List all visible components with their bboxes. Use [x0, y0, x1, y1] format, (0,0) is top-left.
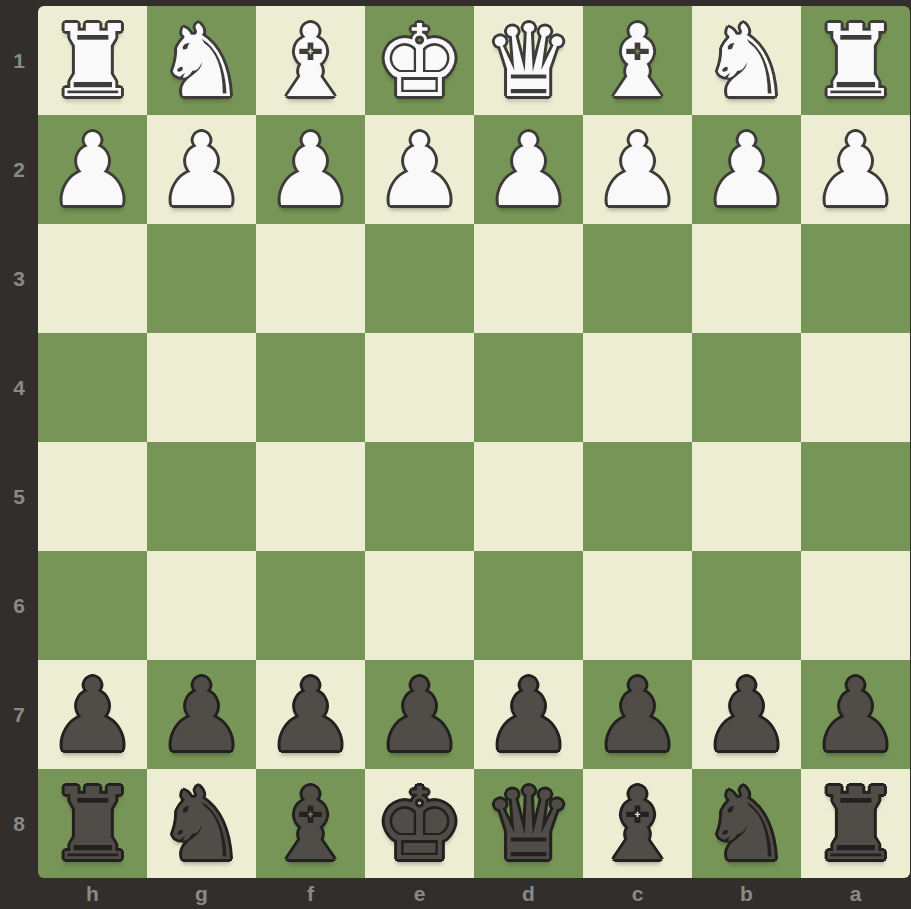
white-pawn-icon[interactable]: ♟ [157, 121, 247, 221]
black-pawn-icon[interactable]: ♟ [811, 666, 901, 766]
square-e7[interactable]: ♟ [365, 660, 474, 769]
square-a5[interactable] [801, 442, 910, 551]
black-king-icon[interactable]: ♚ [375, 775, 465, 875]
file-label-d: d [474, 878, 583, 909]
square-g8[interactable]: ♞ [147, 769, 256, 878]
square-e4[interactable] [365, 333, 474, 442]
black-bishop-icon[interactable]: ♝ [593, 775, 683, 875]
black-bishop-icon[interactable]: ♝ [266, 775, 356, 875]
square-h8[interactable]: ♜ [38, 769, 147, 878]
black-rook-icon[interactable]: ♜ [48, 775, 138, 875]
square-a4[interactable] [801, 333, 910, 442]
file-coordinates: hgfedcba [38, 878, 910, 909]
square-b8[interactable]: ♞ [692, 769, 801, 878]
rank-label-2: 2 [0, 115, 38, 224]
square-c6[interactable] [583, 551, 692, 660]
square-h6[interactable] [38, 551, 147, 660]
rank-label-4: 4 [0, 333, 38, 442]
square-h3[interactable] [38, 224, 147, 333]
square-a1[interactable]: ♜ [801, 6, 910, 115]
black-knight-icon[interactable]: ♞ [157, 775, 247, 875]
square-a3[interactable] [801, 224, 910, 333]
white-pawn-icon[interactable]: ♟ [484, 121, 574, 221]
square-e6[interactable] [365, 551, 474, 660]
square-e3[interactable] [365, 224, 474, 333]
black-pawn-icon[interactable]: ♟ [593, 666, 683, 766]
white-rook-icon[interactable]: ♜ [811, 12, 901, 112]
black-pawn-icon[interactable]: ♟ [375, 666, 465, 766]
square-b5[interactable] [692, 442, 801, 551]
square-d8[interactable]: ♛ [474, 769, 583, 878]
file-label-b: b [692, 878, 801, 909]
black-queen-icon[interactable]: ♛ [484, 775, 574, 875]
white-bishop-icon[interactable]: ♝ [593, 12, 683, 112]
white-rook-icon[interactable]: ♜ [48, 12, 138, 112]
square-f2[interactable]: ♟ [256, 115, 365, 224]
white-knight-icon[interactable]: ♞ [702, 12, 792, 112]
file-label-h: h [38, 878, 147, 909]
rank-coordinates: 12345678 [0, 6, 38, 878]
white-pawn-icon[interactable]: ♟ [48, 121, 138, 221]
square-f1[interactable]: ♝ [256, 6, 365, 115]
square-g4[interactable] [147, 333, 256, 442]
square-g5[interactable] [147, 442, 256, 551]
square-c5[interactable] [583, 442, 692, 551]
rank-label-7: 7 [0, 660, 38, 769]
square-h7[interactable]: ♟ [38, 660, 147, 769]
square-d3[interactable] [474, 224, 583, 333]
square-c4[interactable] [583, 333, 692, 442]
file-label-c: c [583, 878, 692, 909]
white-pawn-icon[interactable]: ♟ [266, 121, 356, 221]
black-pawn-icon[interactable]: ♟ [157, 666, 247, 766]
white-pawn-icon[interactable]: ♟ [375, 121, 465, 221]
square-f5[interactable] [256, 442, 365, 551]
white-pawn-icon[interactable]: ♟ [702, 121, 792, 221]
square-a7[interactable]: ♟ [801, 660, 910, 769]
white-pawn-icon[interactable]: ♟ [811, 121, 901, 221]
rank-label-5: 5 [0, 442, 38, 551]
square-a2[interactable]: ♟ [801, 115, 910, 224]
square-a8[interactable]: ♜ [801, 769, 910, 878]
chess-app: 12345678 ♜♞♝♚♛♝♞♜♟♟♟♟♟♟♟♟♟♟♟♟♟♟♟♟♜♞♝♚♛♝♞… [0, 0, 911, 909]
square-d1[interactable]: ♛ [474, 6, 583, 115]
square-c7[interactable]: ♟ [583, 660, 692, 769]
black-pawn-icon[interactable]: ♟ [702, 666, 792, 766]
square-g7[interactable]: ♟ [147, 660, 256, 769]
square-e2[interactable]: ♟ [365, 115, 474, 224]
chess-board[interactable]: ♜♞♝♚♛♝♞♜♟♟♟♟♟♟♟♟♟♟♟♟♟♟♟♟♜♞♝♚♛♝♞♜ [38, 6, 910, 878]
black-knight-icon[interactable]: ♞ [702, 775, 792, 875]
square-f6[interactable] [256, 551, 365, 660]
rank-label-1: 1 [0, 6, 38, 115]
rank-label-6: 6 [0, 551, 38, 660]
square-c3[interactable] [583, 224, 692, 333]
white-king-icon[interactable]: ♚ [375, 12, 465, 112]
square-e5[interactable] [365, 442, 474, 551]
square-g3[interactable] [147, 224, 256, 333]
square-c2[interactable]: ♟ [583, 115, 692, 224]
square-e1[interactable]: ♚ [365, 6, 474, 115]
file-label-e: e [365, 878, 474, 909]
square-b7[interactable]: ♟ [692, 660, 801, 769]
square-c8[interactable]: ♝ [583, 769, 692, 878]
file-label-a: a [801, 878, 910, 909]
square-c1[interactable]: ♝ [583, 6, 692, 115]
square-d5[interactable] [474, 442, 583, 551]
square-g6[interactable] [147, 551, 256, 660]
square-b6[interactable] [692, 551, 801, 660]
square-g1[interactable]: ♞ [147, 6, 256, 115]
square-f3[interactable] [256, 224, 365, 333]
white-bishop-icon[interactable]: ♝ [266, 12, 356, 112]
square-b1[interactable]: ♞ [692, 6, 801, 115]
black-rook-icon[interactable]: ♜ [811, 775, 901, 875]
square-f7[interactable]: ♟ [256, 660, 365, 769]
square-h1[interactable]: ♜ [38, 6, 147, 115]
black-pawn-icon[interactable]: ♟ [48, 666, 138, 766]
square-d6[interactable] [474, 551, 583, 660]
square-d7[interactable]: ♟ [474, 660, 583, 769]
white-queen-icon[interactable]: ♛ [484, 12, 574, 112]
white-knight-icon[interactable]: ♞ [157, 12, 247, 112]
square-d4[interactable] [474, 333, 583, 442]
square-b3[interactable] [692, 224, 801, 333]
square-h2[interactable]: ♟ [38, 115, 147, 224]
file-label-g: g [147, 878, 256, 909]
square-b2[interactable]: ♟ [692, 115, 801, 224]
square-h5[interactable] [38, 442, 147, 551]
black-pawn-icon[interactable]: ♟ [484, 666, 574, 766]
square-e8[interactable]: ♚ [365, 769, 474, 878]
square-b4[interactable] [692, 333, 801, 442]
black-pawn-icon[interactable]: ♟ [266, 666, 356, 766]
square-g2[interactable]: ♟ [147, 115, 256, 224]
square-d2[interactable]: ♟ [474, 115, 583, 224]
square-f4[interactable] [256, 333, 365, 442]
square-a6[interactable] [801, 551, 910, 660]
rank-label-3: 3 [0, 224, 38, 333]
rank-label-8: 8 [0, 769, 38, 878]
square-h4[interactable] [38, 333, 147, 442]
white-pawn-icon[interactable]: ♟ [593, 121, 683, 221]
file-label-f: f [256, 878, 365, 909]
square-f8[interactable]: ♝ [256, 769, 365, 878]
